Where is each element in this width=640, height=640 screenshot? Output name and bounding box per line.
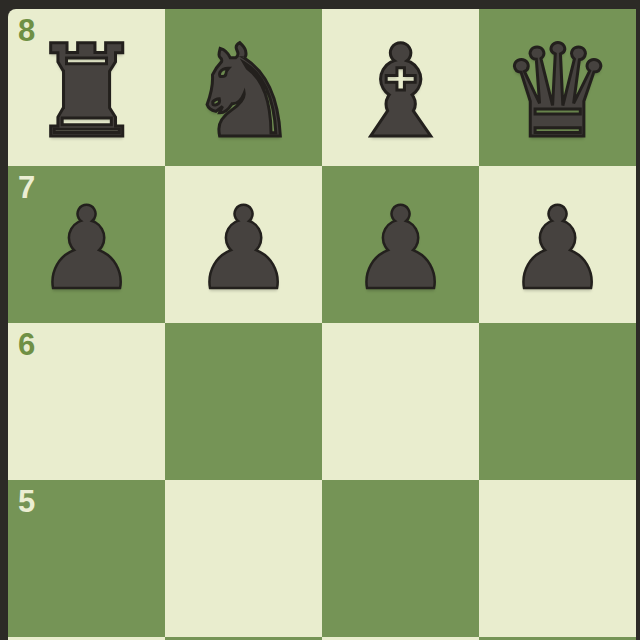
square-d7[interactable]: ♟ [479, 166, 636, 323]
square-a7[interactable]: 7♟ [8, 166, 165, 323]
black-pawn-piece[interactable]: ♟ [506, 192, 608, 306]
square-c6[interactable] [322, 323, 479, 480]
black-knight-piece[interactable]: ♞ [186, 28, 301, 156]
square-c8[interactable]: ♝ [322, 9, 479, 166]
black-bishop-piece[interactable]: ♝ [343, 28, 458, 156]
black-pawn-piece[interactable]: ♟ [349, 192, 451, 306]
square-d8[interactable]: ♛ [479, 9, 636, 166]
square-d6[interactable] [479, 323, 636, 480]
rank-label-5: 5 [18, 486, 35, 517]
black-pawn-piece[interactable]: ♟ [192, 192, 294, 306]
black-pawn-piece[interactable]: ♟ [35, 192, 137, 306]
square-a8[interactable]: 8♜ [8, 9, 165, 166]
square-a6[interactable]: 6 [8, 323, 165, 480]
square-d5[interactable] [479, 480, 636, 637]
square-a5[interactable]: 5 [8, 480, 165, 637]
rank-label-7: 7 [18, 172, 35, 203]
square-b7[interactable]: ♟ [165, 166, 322, 323]
square-c7[interactable]: ♟ [322, 166, 479, 323]
black-rook-piece[interactable]: ♜ [29, 28, 144, 156]
app-background: 8♜♞♝♛7♟♟♟♟65 [0, 0, 640, 640]
rank-label-6: 6 [18, 329, 35, 360]
black-queen-piece[interactable]: ♛ [500, 28, 615, 156]
square-b6[interactable] [165, 323, 322, 480]
square-c5[interactable] [322, 480, 479, 637]
square-b5[interactable] [165, 480, 322, 637]
square-b8[interactable]: ♞ [165, 9, 322, 166]
chess-board: 8♜♞♝♛7♟♟♟♟65 [8, 9, 636, 640]
